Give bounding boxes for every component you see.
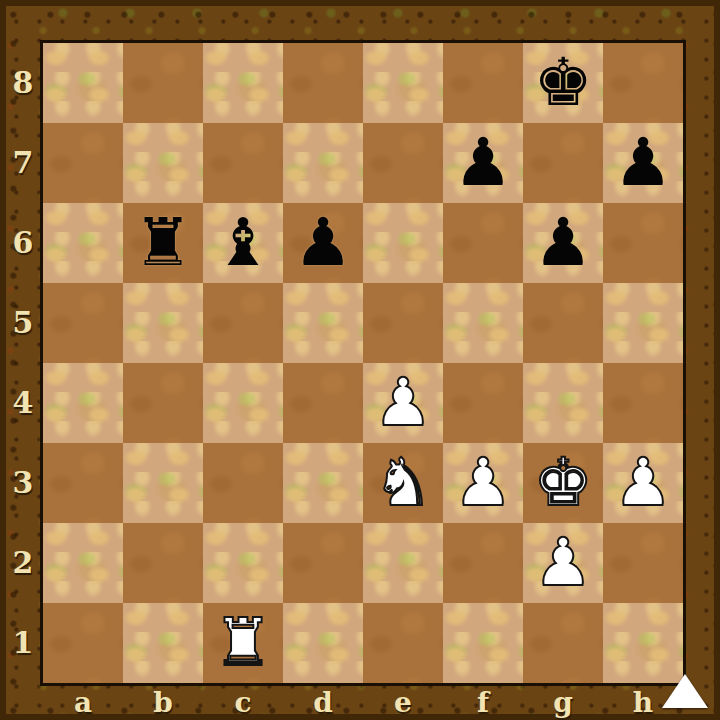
square-g5[interactable]: [523, 283, 603, 363]
square-e6[interactable]: [363, 203, 443, 283]
file-label-e: e: [363, 686, 443, 720]
square-h3[interactable]: ♟: [603, 443, 683, 523]
square-c1[interactable]: ♜: [203, 603, 283, 683]
square-f2[interactable]: [443, 523, 523, 603]
square-e3[interactable]: ♞: [363, 443, 443, 523]
square-f6[interactable]: [443, 203, 523, 283]
square-b6[interactable]: ♜: [123, 203, 203, 283]
square-h1[interactable]: [603, 603, 683, 683]
square-b1[interactable]: [123, 603, 203, 683]
piece-white-knight-e3[interactable]: ♞: [373, 443, 432, 523]
square-d8[interactable]: [283, 43, 363, 123]
square-a2[interactable]: [43, 523, 123, 603]
square-h4[interactable]: [603, 363, 683, 443]
square-b4[interactable]: [123, 363, 203, 443]
square-a6[interactable]: [43, 203, 123, 283]
square-b8[interactable]: [123, 43, 203, 123]
square-e4[interactable]: ♟: [363, 363, 443, 443]
rank-label-7: 7: [6, 123, 40, 203]
file-label-d: d: [283, 686, 363, 720]
square-b2[interactable]: [123, 523, 203, 603]
board-outline: ♚♟♟♜♝♟♟♟♞♟♚♟♟♜: [40, 40, 686, 686]
square-b5[interactable]: [123, 283, 203, 363]
rank-label-8: 8: [6, 43, 40, 123]
square-c4[interactable]: [203, 363, 283, 443]
square-e2[interactable]: [363, 523, 443, 603]
square-g8[interactable]: ♚: [523, 43, 603, 123]
piece-black-pawn-f7[interactable]: ♟: [453, 123, 512, 203]
square-h8[interactable]: [603, 43, 683, 123]
square-f4[interactable]: [443, 363, 523, 443]
square-d3[interactable]: [283, 443, 363, 523]
piece-white-pawn-e4[interactable]: ♟: [373, 363, 432, 443]
square-h2[interactable]: [603, 523, 683, 603]
rank-labels: 87654321: [6, 43, 40, 683]
piece-white-pawn-h3[interactable]: ♟: [613, 443, 672, 523]
square-h6[interactable]: [603, 203, 683, 283]
square-g1[interactable]: [523, 603, 603, 683]
square-a7[interactable]: [43, 123, 123, 203]
square-a8[interactable]: [43, 43, 123, 123]
piece-black-rook-b6[interactable]: ♜: [133, 203, 192, 283]
square-h5[interactable]: [603, 283, 683, 363]
board-frame: 87654321 ♚♟♟♜♝♟♟♟♞♟♚♟♟♜ abcdefgh: [0, 0, 720, 720]
square-g7[interactable]: [523, 123, 603, 203]
file-label-b: b: [123, 686, 203, 720]
rank-label-6: 6: [6, 203, 40, 283]
rank-label-2: 2: [6, 523, 40, 603]
piece-white-king-g3[interactable]: ♚: [533, 443, 592, 523]
square-d2[interactable]: [283, 523, 363, 603]
square-c8[interactable]: [203, 43, 283, 123]
square-h7[interactable]: ♟: [603, 123, 683, 203]
board: ♚♟♟♜♝♟♟♟♞♟♚♟♟♜: [43, 43, 683, 683]
square-a1[interactable]: [43, 603, 123, 683]
rank-label-4: 4: [6, 363, 40, 443]
piece-black-pawn-g6[interactable]: ♟: [533, 203, 592, 283]
square-f5[interactable]: [443, 283, 523, 363]
square-a4[interactable]: [43, 363, 123, 443]
rank-label-5: 5: [6, 283, 40, 363]
square-e5[interactable]: [363, 283, 443, 363]
square-c7[interactable]: [203, 123, 283, 203]
square-c6[interactable]: ♝: [203, 203, 283, 283]
rank-label-1: 1: [6, 603, 40, 683]
square-c5[interactable]: [203, 283, 283, 363]
piece-black-pawn-h7[interactable]: ♟: [613, 123, 672, 203]
file-label-g: g: [523, 686, 603, 720]
square-a5[interactable]: [43, 283, 123, 363]
file-labels: abcdefgh: [43, 686, 683, 720]
piece-black-bishop-c6[interactable]: ♝: [213, 203, 272, 283]
square-d7[interactable]: [283, 123, 363, 203]
square-e8[interactable]: [363, 43, 443, 123]
piece-black-pawn-d6[interactable]: ♟: [293, 203, 352, 283]
square-d4[interactable]: [283, 363, 363, 443]
piece-white-rook-c1[interactable]: ♜: [213, 603, 272, 683]
square-e7[interactable]: [363, 123, 443, 203]
square-g4[interactable]: [523, 363, 603, 443]
square-a3[interactable]: [43, 443, 123, 523]
square-b7[interactable]: [123, 123, 203, 203]
file-label-a: a: [43, 686, 123, 720]
square-f8[interactable]: [443, 43, 523, 123]
square-d1[interactable]: [283, 603, 363, 683]
square-g6[interactable]: ♟: [523, 203, 603, 283]
file-label-f: f: [443, 686, 523, 720]
square-d6[interactable]: ♟: [283, 203, 363, 283]
square-e1[interactable]: [363, 603, 443, 683]
square-c3[interactable]: [203, 443, 283, 523]
rank-label-3: 3: [6, 443, 40, 523]
white-to-move-indicator: [662, 674, 708, 708]
square-f7[interactable]: ♟: [443, 123, 523, 203]
square-f3[interactable]: ♟: [443, 443, 523, 523]
square-g2[interactable]: ♟: [523, 523, 603, 603]
square-d5[interactable]: [283, 283, 363, 363]
piece-white-pawn-f3[interactable]: ♟: [453, 443, 512, 523]
piece-black-king-g8[interactable]: ♚: [533, 43, 592, 123]
square-g3[interactable]: ♚: [523, 443, 603, 523]
piece-white-pawn-g2[interactable]: ♟: [533, 523, 592, 603]
square-f1[interactable]: [443, 603, 523, 683]
square-c2[interactable]: [203, 523, 283, 603]
file-label-c: c: [203, 686, 283, 720]
square-b3[interactable]: [123, 443, 203, 523]
